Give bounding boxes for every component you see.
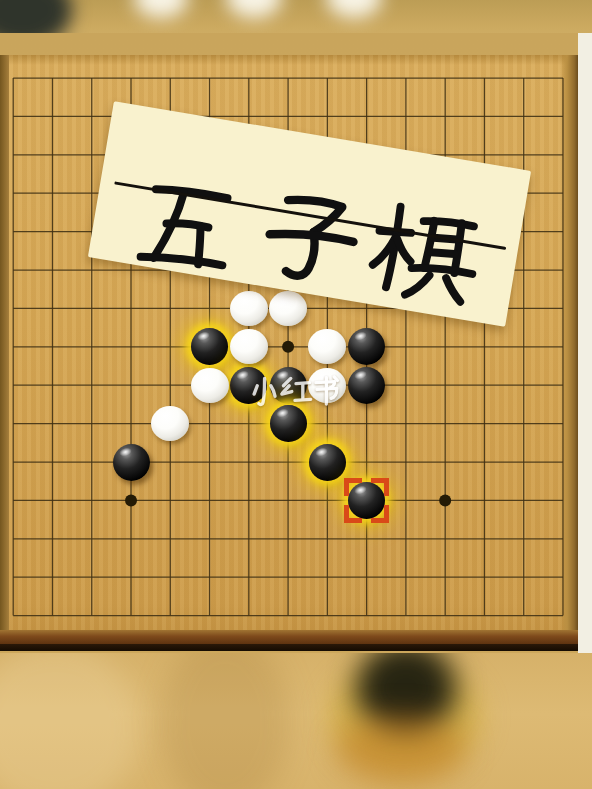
black-stone[interactable] xyxy=(309,444,346,481)
bottom-letterbox-blur xyxy=(0,652,592,789)
white-stone[interactable] xyxy=(191,368,229,403)
board-right-edge xyxy=(560,55,578,651)
board-shadow xyxy=(0,644,578,651)
char-zi xyxy=(264,194,360,284)
board-left-edge xyxy=(0,55,9,651)
blurred-band xyxy=(160,652,290,789)
watermark-char-hong xyxy=(282,378,311,400)
blurred-orange-glow xyxy=(336,714,466,784)
blurred-white-stone-blob xyxy=(226,0,282,18)
black-stone[interactable] xyxy=(270,405,307,442)
char-qi xyxy=(369,204,482,305)
black-stone[interactable] xyxy=(348,482,385,519)
gomoku-screenshot: 五子棋 xyxy=(0,0,592,789)
blurred-white-stone-blob xyxy=(326,0,382,18)
blurred-black-stone-blob xyxy=(0,0,72,36)
white-stone[interactable] xyxy=(230,329,268,364)
blurred-band xyxy=(0,652,140,789)
top-letterbox-blur xyxy=(0,0,592,36)
watermark-char-xiao xyxy=(254,378,275,404)
black-stone[interactable] xyxy=(113,444,150,481)
black-stone[interactable] xyxy=(348,367,385,404)
board-bottom-edge xyxy=(0,630,578,644)
xiaohongshu-watermark xyxy=(252,375,340,407)
blurred-white-stone-blob xyxy=(134,0,188,18)
watermark-char-shu xyxy=(316,377,337,404)
photo-frame xyxy=(0,33,592,653)
banner-title-text: 五子棋 xyxy=(114,101,115,102)
char-wu xyxy=(141,185,234,270)
